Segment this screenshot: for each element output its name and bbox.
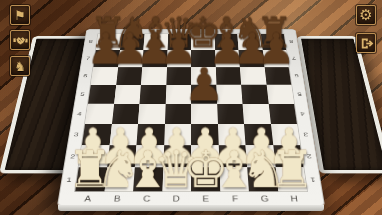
- rank-label: 8: [284, 33, 298, 49]
- knight-button[interactable]: ♞: [10, 56, 30, 76]
- square-b6[interactable]: [116, 67, 142, 85]
- table-plane: 87654321 ♜♞♝♛♚♝♞♜♟♟♟♟♟♟♟♟♟♟♟♟♟♟♟♟♜♞♝♛♚♝♞…: [0, 29, 382, 206]
- square-c5[interactable]: [139, 85, 165, 104]
- file-label: C: [132, 194, 162, 202]
- file-label: G: [250, 194, 280, 202]
- draw-offer-button[interactable]: [10, 30, 30, 50]
- rank-label: 5: [292, 85, 307, 104]
- rank-label: 2: [301, 145, 318, 168]
- file-labels-bottom: ABCDEFGH: [58, 192, 324, 205]
- square-c6[interactable]: [141, 67, 167, 85]
- rank-label: 3: [298, 124, 314, 145]
- rank-label: 4: [295, 104, 311, 124]
- chess-board: 87654321 ♜♞♝♛♚♝♞♜♟♟♟♟♟♟♟♟♟♟♟♟♟♟♟♟♜♞♝♛♚♝♞…: [57, 29, 325, 206]
- square-h7[interactable]: ♟: [262, 50, 288, 67]
- square-a6[interactable]: [91, 67, 118, 85]
- flag-button[interactable]: ⚑: [10, 5, 30, 25]
- rank-label: 1: [304, 168, 321, 192]
- square-e5[interactable]: ♟: [191, 85, 217, 104]
- file-label: B: [102, 194, 132, 202]
- square-g5[interactable]: [241, 85, 268, 104]
- settings-button[interactable]: ⚙: [356, 5, 376, 25]
- file-label: E: [191, 194, 221, 202]
- file-label: A: [72, 194, 103, 202]
- square-g6[interactable]: [240, 67, 266, 85]
- gear-icon: ⚙: [359, 8, 372, 23]
- flag-icon: ⚑: [14, 9, 26, 22]
- file-label: D: [161, 194, 191, 202]
- exit-button[interactable]: [356, 33, 376, 53]
- exit-icon: [359, 36, 374, 51]
- rank-label: 7: [287, 50, 301, 67]
- handshake-icon: [13, 33, 28, 48]
- board-squares: ♜♞♝♛♚♝♞♜♟♟♟♟♟♟♟♟♟♟♟♟♟♟♟♟♜♞♝♛♚♝♞♜: [74, 33, 308, 191]
- square-b5[interactable]: [114, 85, 141, 104]
- square-h5[interactable]: [266, 85, 294, 104]
- knight-icon: ♞: [14, 60, 26, 73]
- board-front-edge: [58, 205, 324, 211]
- square-h1[interactable]: ♜: [275, 167, 307, 191]
- square-h6[interactable]: [264, 67, 291, 85]
- square-a5[interactable]: [88, 85, 116, 104]
- file-label: F: [220, 194, 250, 202]
- file-label: H: [279, 194, 310, 202]
- chess-app-screen: 87654321 ♜♞♝♛♚♝♞♜♟♟♟♟♟♟♟♟♟♟♟♟♟♟♟♟♜♞♝♛♚♝♞…: [0, 0, 382, 215]
- piece-bp[interactable]: ♟: [184, 65, 225, 104]
- rank-label: 6: [289, 67, 304, 85]
